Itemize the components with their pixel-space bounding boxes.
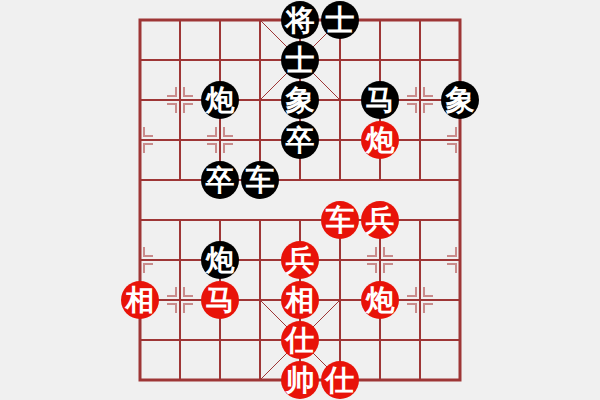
piece-red-cannon-1[interactable]: 炮 [361, 121, 399, 159]
piece-black-advisor-2[interactable]: 士 [281, 41, 319, 79]
piece-black-rook[interactable]: 车 [241, 161, 279, 199]
piece-red-pawn-1[interactable]: 兵 [361, 201, 399, 239]
piece-red-general[interactable]: 帅 [281, 361, 319, 399]
piece-red-pawn-2[interactable]: 兵 [281, 241, 319, 279]
piece-red-rook[interactable]: 车 [321, 201, 359, 239]
piece-black-elephant-1[interactable]: 象 [281, 81, 319, 119]
piece-black-elephant-2[interactable]: 象 [441, 81, 479, 119]
piece-layer: 将士士炮象马象卒炮卒车车兵炮兵相马相炮仕帅仕 [120, 0, 480, 400]
piece-black-horse[interactable]: 马 [361, 81, 399, 119]
piece-red-cannon-2[interactable]: 炮 [361, 281, 399, 319]
piece-red-elephant-2[interactable]: 相 [281, 281, 319, 319]
piece-black-soldier-2[interactable]: 卒 [201, 161, 239, 199]
piece-black-cannon-1[interactable]: 炮 [201, 81, 239, 119]
piece-black-cannon-2[interactable]: 炮 [201, 241, 239, 279]
piece-black-general[interactable]: 将 [281, 1, 319, 39]
piece-red-horse[interactable]: 马 [201, 281, 239, 319]
xiangqi-board-screenshot: 将士士炮象马象卒炮卒车车兵炮兵相马相炮仕帅仕 [0, 0, 600, 400]
piece-black-advisor-1[interactable]: 士 [321, 1, 359, 39]
piece-red-elephant-1[interactable]: 相 [121, 281, 159, 319]
piece-black-soldier-1[interactable]: 卒 [281, 121, 319, 159]
piece-red-advisor-2[interactable]: 仕 [321, 361, 359, 399]
piece-red-advisor-1[interactable]: 仕 [281, 321, 319, 359]
